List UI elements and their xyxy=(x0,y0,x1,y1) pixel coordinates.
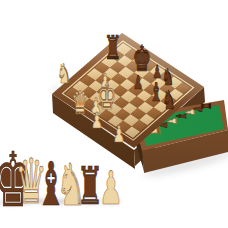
product-photo: ♜♟♟♝♟♟♜ ♜♚♟♞♟♝♞♞♟♚♛♟♟♟ ♚♛♝♞♜♟ xyxy=(0,0,228,228)
piece-light-pawn: ♟ xyxy=(99,165,123,211)
piece-shadow xyxy=(79,199,101,204)
piece-light-queen: ♛ xyxy=(15,151,47,213)
piece-shadow xyxy=(58,199,82,204)
piece-shadow xyxy=(17,198,43,203)
piece-dark-bishop: ♝ xyxy=(35,154,66,214)
piece-dark-king: ♚ xyxy=(0,143,33,218)
piece-shadow xyxy=(38,199,63,204)
piece-light-knight: ♞ xyxy=(56,156,86,214)
piece-dark-rook: ♜ xyxy=(76,160,103,212)
piece-shadow xyxy=(101,199,120,204)
piece-shadow xyxy=(0,200,28,205)
